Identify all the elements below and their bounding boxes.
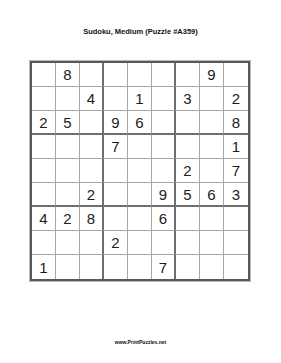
cell-r4c5[interactable] [128, 135, 152, 159]
cell-r3c5[interactable]: 6 [128, 111, 152, 135]
cell-r1c5[interactable] [128, 63, 152, 87]
footer-url: www.PrintPuzzles.net [0, 339, 281, 345]
cell-r2c6[interactable] [152, 87, 176, 111]
cell-r2c7[interactable]: 3 [176, 87, 200, 111]
cell-r1c8[interactable]: 9 [200, 63, 224, 87]
cell-r9c7[interactable] [176, 255, 200, 279]
cell-r6c9[interactable]: 3 [224, 183, 248, 207]
cell-r3c1[interactable]: 2 [32, 111, 56, 135]
cell-r2c4[interactable] [104, 87, 128, 111]
cell-r3c3[interactable] [80, 111, 104, 135]
cell-r8c7[interactable] [176, 231, 200, 255]
cell-r9c6[interactable]: 7 [152, 255, 176, 279]
cell-r5c4[interactable] [104, 159, 128, 183]
cell-r5c1[interactable] [32, 159, 56, 183]
cell-r8c4[interactable]: 2 [104, 231, 128, 255]
cell-r2c9[interactable]: 2 [224, 87, 248, 111]
cell-r8c1[interactable] [32, 231, 56, 255]
cell-r2c2[interactable] [56, 87, 80, 111]
cell-r5c9[interactable]: 7 [224, 159, 248, 183]
cell-r9c2[interactable] [56, 255, 80, 279]
cell-r6c1[interactable] [32, 183, 56, 207]
cell-r4c9[interactable]: 1 [224, 135, 248, 159]
cell-r9c1[interactable]: 1 [32, 255, 56, 279]
cell-r7c6[interactable]: 6 [152, 207, 176, 231]
cell-r2c3[interactable]: 4 [80, 87, 104, 111]
cell-r1c3[interactable] [80, 63, 104, 87]
cell-r3c2[interactable]: 5 [56, 111, 80, 135]
cell-r1c6[interactable] [152, 63, 176, 87]
cell-r4c2[interactable] [56, 135, 80, 159]
cell-r7c4[interactable] [104, 207, 128, 231]
cell-r2c8[interactable] [200, 87, 224, 111]
cell-r5c7[interactable]: 2 [176, 159, 200, 183]
cell-r4c7[interactable] [176, 135, 200, 159]
sudoku-board: 894132259687127295634286217 [30, 61, 250, 281]
cell-r6c5[interactable] [128, 183, 152, 207]
cell-r1c9[interactable] [224, 63, 248, 87]
cell-r8c6[interactable] [152, 231, 176, 255]
cell-r5c8[interactable] [200, 159, 224, 183]
cell-r8c9[interactable] [224, 231, 248, 255]
cell-r9c4[interactable] [104, 255, 128, 279]
cell-r9c3[interactable] [80, 255, 104, 279]
cell-r8c2[interactable] [56, 231, 80, 255]
cell-r4c1[interactable] [32, 135, 56, 159]
cell-r7c3[interactable]: 8 [80, 207, 104, 231]
cell-r1c4[interactable] [104, 63, 128, 87]
cell-r3c9[interactable]: 8 [224, 111, 248, 135]
cell-r4c6[interactable] [152, 135, 176, 159]
cell-r8c3[interactable] [80, 231, 104, 255]
cell-r1c7[interactable] [176, 63, 200, 87]
cell-r7c5[interactable] [128, 207, 152, 231]
cell-r7c2[interactable]: 2 [56, 207, 80, 231]
cell-r7c9[interactable] [224, 207, 248, 231]
cell-r3c6[interactable] [152, 111, 176, 135]
cell-r9c5[interactable] [128, 255, 152, 279]
cell-r3c4[interactable]: 9 [104, 111, 128, 135]
cell-r8c8[interactable] [200, 231, 224, 255]
cell-r5c6[interactable] [152, 159, 176, 183]
cell-r1c2[interactable]: 8 [56, 63, 80, 87]
cell-r9c9[interactable] [224, 255, 248, 279]
cell-r5c5[interactable] [128, 159, 152, 183]
cell-r1c1[interactable] [32, 63, 56, 87]
cell-r2c1[interactable] [32, 87, 56, 111]
cell-r7c1[interactable]: 4 [32, 207, 56, 231]
cell-r6c8[interactable]: 6 [200, 183, 224, 207]
cell-r8c5[interactable] [128, 231, 152, 255]
cell-r7c7[interactable] [176, 207, 200, 231]
cell-r6c3[interactable]: 2 [80, 183, 104, 207]
cell-r4c3[interactable] [80, 135, 104, 159]
cell-r3c8[interactable] [200, 111, 224, 135]
cell-r6c6[interactable]: 9 [152, 183, 176, 207]
cell-r4c8[interactable] [200, 135, 224, 159]
cell-r6c4[interactable] [104, 183, 128, 207]
cell-r6c7[interactable]: 5 [176, 183, 200, 207]
cell-r7c8[interactable] [200, 207, 224, 231]
cell-r6c2[interactable] [56, 183, 80, 207]
cell-r5c2[interactable] [56, 159, 80, 183]
cell-r3c7[interactable] [176, 111, 200, 135]
cell-r2c5[interactable]: 1 [128, 87, 152, 111]
cell-r9c8[interactable] [200, 255, 224, 279]
page-title: Sudoku, Medium (Puzzle #A359) [0, 27, 281, 36]
cell-r5c3[interactable] [80, 159, 104, 183]
cell-r4c4[interactable]: 7 [104, 135, 128, 159]
